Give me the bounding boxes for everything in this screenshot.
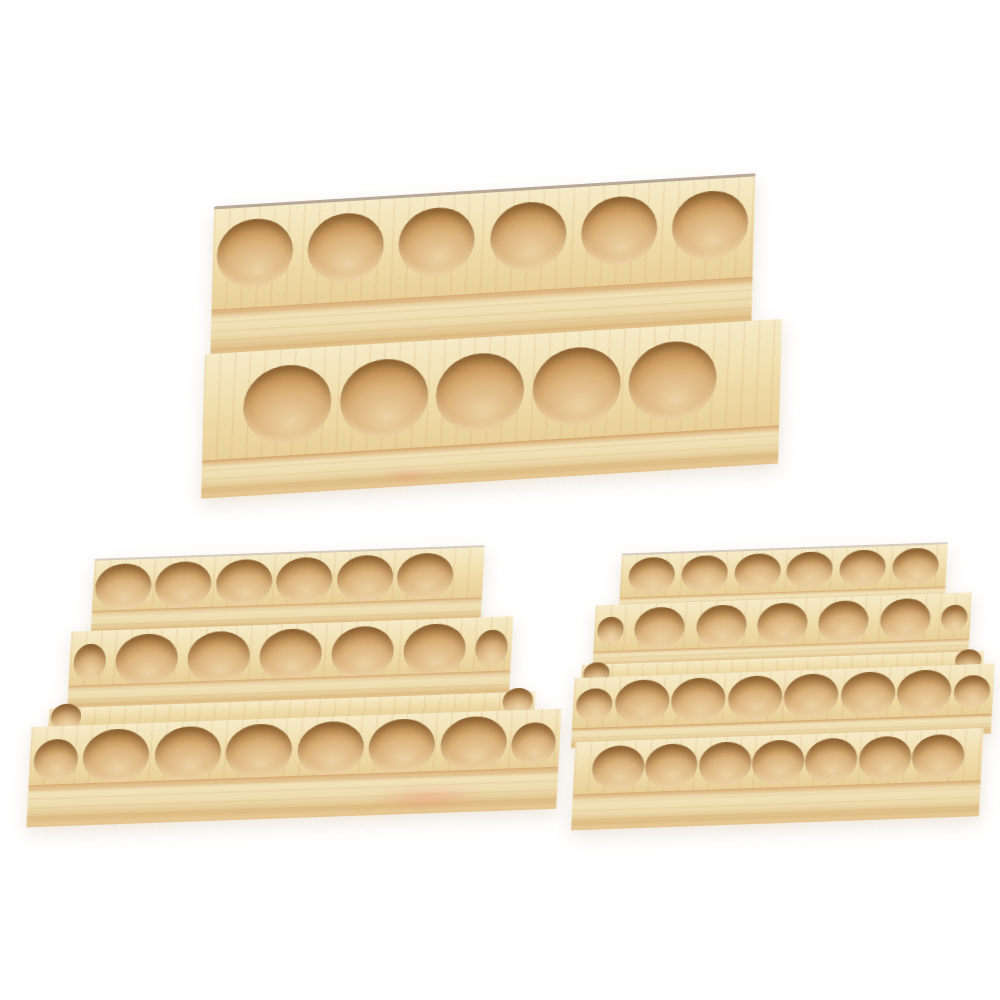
- pit: [818, 600, 870, 644]
- pit: [681, 555, 729, 593]
- pit: [698, 741, 752, 787]
- pit: [597, 616, 624, 643]
- pink-reflection: [381, 468, 435, 483]
- pit: [786, 551, 834, 589]
- product-photo-scene: [0, 0, 1000, 1000]
- pit: [941, 604, 968, 631]
- pit: [804, 737, 858, 783]
- pit: [475, 629, 509, 666]
- pit: [154, 561, 212, 609]
- pit: [510, 722, 556, 766]
- pit: [892, 547, 940, 585]
- pit: [879, 598, 931, 642]
- pit: [580, 194, 658, 267]
- pit: [695, 604, 747, 648]
- pit: [275, 556, 333, 604]
- pit: [489, 200, 567, 273]
- rack-three-tier: [22, 543, 561, 827]
- pit: [751, 739, 805, 785]
- pit: [216, 217, 294, 290]
- pit: [33, 738, 79, 782]
- pit: [339, 357, 429, 441]
- pit: [186, 630, 251, 684]
- pit: [839, 549, 887, 587]
- pit: [296, 720, 365, 776]
- pit: [225, 723, 294, 779]
- pit: [396, 552, 454, 600]
- pit: [258, 628, 323, 682]
- pit: [94, 563, 152, 611]
- pit: [858, 735, 912, 781]
- pit: [435, 351, 525, 435]
- pit: [644, 743, 698, 789]
- pit: [114, 633, 179, 687]
- pit: [531, 345, 621, 429]
- pit: [307, 211, 385, 284]
- pit: [727, 675, 783, 721]
- pit: [335, 554, 393, 602]
- pit: [840, 671, 896, 717]
- pit: [73, 643, 107, 680]
- pit: [215, 559, 273, 607]
- pit: [953, 675, 991, 708]
- pit: [733, 553, 781, 591]
- pit: [896, 669, 952, 715]
- rack-two-tier: [190, 173, 785, 499]
- pit: [783, 673, 839, 719]
- pit: [591, 745, 645, 791]
- pit: [634, 606, 686, 650]
- pit: [575, 688, 613, 721]
- pit: [628, 339, 718, 423]
- tier-front: [571, 728, 983, 830]
- pit: [398, 205, 476, 278]
- pit: [367, 718, 436, 774]
- rack-four-tier: [567, 541, 996, 830]
- pit: [439, 715, 508, 771]
- pit: [628, 557, 676, 595]
- pit: [330, 625, 395, 679]
- pit: [242, 362, 332, 446]
- pit: [82, 728, 151, 784]
- pink-reflection: [366, 783, 487, 811]
- pit: [756, 602, 808, 646]
- pit: [402, 623, 467, 677]
- pit: [911, 734, 965, 780]
- pit: [153, 725, 222, 781]
- pit: [670, 677, 726, 723]
- pit: [671, 189, 749, 262]
- pit: [614, 679, 670, 725]
- tier-front: [26, 709, 561, 828]
